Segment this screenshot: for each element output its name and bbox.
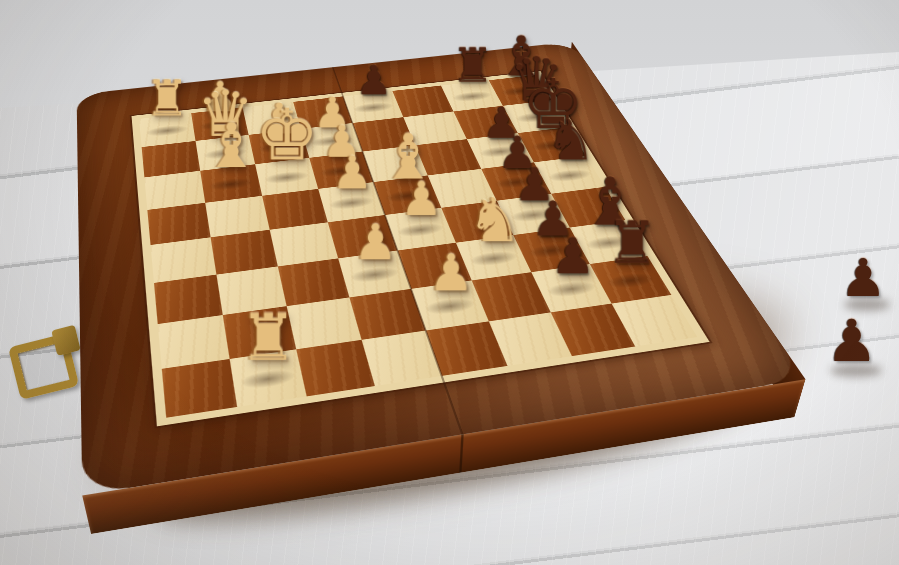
chess-set-scene: ♝♛♚♞♝♜♜♟♟♟♟♟♞♟♝♟♟♟♟♟♟♟♚♟♛♝♜♜ [85,0,685,515]
photo-stage: ♝♛♚♞♝♜♜♟♟♟♟♟♞♟♝♟♟♟♟♟♟♟♚♟♛♝♜♜ ♟♟ [0,0,899,565]
captured-black-pawn-2[interactable]: ♟ [826,312,878,370]
white-pawn-g5[interactable]: ♟ [401,247,500,309]
square-h7[interactable] [551,304,635,357]
square-h6[interactable] [489,312,572,366]
white-rook-h2[interactable]: ♜ [215,306,322,382]
square-f1[interactable] [154,275,223,324]
piece-glyph: ♟ [401,247,500,298]
piece-glyph: ♟ [524,231,622,281]
square-e1[interactable] [151,237,217,283]
captured-black-pawn-1[interactable]: ♟ [840,252,887,304]
clasp-hinge-icon [51,325,81,356]
fold-seam-front [459,434,464,473]
piece-glyph: ♜ [215,306,322,370]
black-pawn-g7[interactable]: ♟ [524,231,622,292]
